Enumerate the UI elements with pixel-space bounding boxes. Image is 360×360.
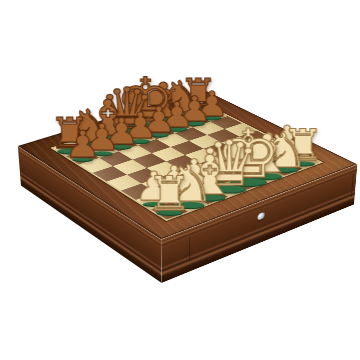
- drawer-knob: [257, 211, 264, 220]
- chess-set-scene: ♜♞♝♛♚♝♞♜♟♟♟♟♟♟♟♟♟♟♟♟♟♟♟♟♜♞♝♛♚♝♞♜: [0, 0, 360, 360]
- chess-set-product-photo: ♜♞♝♛♚♝♞♜♟♟♟♟♟♟♟♟♟♟♟♟♟♟♟♟♜♞♝♛♚♝♞♜: [0, 0, 360, 360]
- chess-box: [18, 89, 358, 239]
